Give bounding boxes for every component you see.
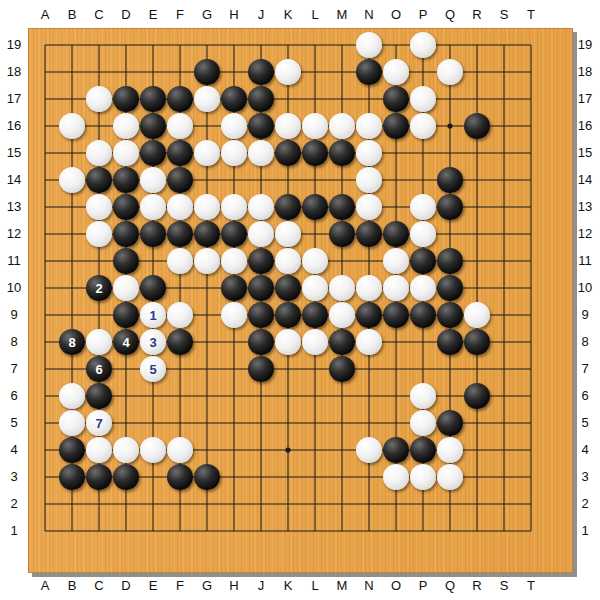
intersection-D11[interactable] [113, 248, 140, 275]
intersection-O16[interactable] [383, 113, 410, 140]
intersection-J17[interactable] [248, 86, 275, 113]
intersection-H18[interactable] [221, 59, 248, 86]
intersection-A4[interactable] [32, 437, 59, 464]
intersection-P11[interactable] [410, 248, 437, 275]
intersection-A12[interactable] [32, 221, 59, 248]
intersection-N1[interactable] [356, 518, 383, 545]
intersection-L15[interactable] [302, 140, 329, 167]
intersection-K14[interactable] [275, 167, 302, 194]
intersection-L19[interactable] [302, 32, 329, 59]
intersection-R2[interactable] [464, 491, 491, 518]
intersection-A13[interactable] [32, 194, 59, 221]
intersection-S2[interactable] [491, 491, 518, 518]
intersection-B14[interactable] [59, 167, 86, 194]
intersection-F19[interactable] [167, 32, 194, 59]
intersection-P9[interactable] [410, 302, 437, 329]
intersection-L7[interactable] [302, 356, 329, 383]
intersection-C7[interactable]: 6 [86, 356, 113, 383]
intersection-M3[interactable] [329, 464, 356, 491]
intersection-F1[interactable] [167, 518, 194, 545]
intersection-T12[interactable] [518, 221, 545, 248]
intersection-G2[interactable] [194, 491, 221, 518]
intersection-Q14[interactable] [437, 167, 464, 194]
intersection-B18[interactable] [59, 59, 86, 86]
intersection-Q8[interactable] [437, 329, 464, 356]
intersection-M10[interactable] [329, 275, 356, 302]
intersection-B17[interactable] [59, 86, 86, 113]
intersection-B16[interactable] [59, 113, 86, 140]
intersection-A7[interactable] [32, 356, 59, 383]
intersection-E14[interactable] [140, 167, 167, 194]
intersection-E5[interactable] [140, 410, 167, 437]
intersection-L5[interactable] [302, 410, 329, 437]
intersection-E10[interactable] [140, 275, 167, 302]
intersection-G17[interactable] [194, 86, 221, 113]
intersection-J12[interactable] [248, 221, 275, 248]
intersection-R5[interactable] [464, 410, 491, 437]
intersection-F11[interactable] [167, 248, 194, 275]
intersection-J2[interactable] [248, 491, 275, 518]
intersection-N16[interactable] [356, 113, 383, 140]
intersection-G19[interactable] [194, 32, 221, 59]
intersection-M1[interactable] [329, 518, 356, 545]
intersection-O4[interactable] [383, 437, 410, 464]
intersection-S4[interactable] [491, 437, 518, 464]
intersection-C18[interactable] [86, 59, 113, 86]
intersection-L18[interactable] [302, 59, 329, 86]
intersection-C3[interactable] [86, 464, 113, 491]
intersection-A14[interactable] [32, 167, 59, 194]
intersection-J9[interactable] [248, 302, 275, 329]
intersection-F15[interactable] [167, 140, 194, 167]
intersection-J18[interactable] [248, 59, 275, 86]
intersection-N6[interactable] [356, 383, 383, 410]
intersection-O3[interactable] [383, 464, 410, 491]
intersection-F9[interactable] [167, 302, 194, 329]
intersection-H16[interactable] [221, 113, 248, 140]
intersection-J15[interactable] [248, 140, 275, 167]
intersection-D10[interactable] [113, 275, 140, 302]
intersection-H2[interactable] [221, 491, 248, 518]
intersection-F10[interactable] [167, 275, 194, 302]
intersection-O19[interactable] [383, 32, 410, 59]
intersection-P18[interactable] [410, 59, 437, 86]
intersection-S6[interactable] [491, 383, 518, 410]
intersection-R3[interactable] [464, 464, 491, 491]
intersection-O2[interactable] [383, 491, 410, 518]
intersection-D15[interactable] [113, 140, 140, 167]
intersection-C15[interactable] [86, 140, 113, 167]
intersection-N5[interactable] [356, 410, 383, 437]
intersection-L13[interactable] [302, 194, 329, 221]
intersection-R1[interactable] [464, 518, 491, 545]
intersection-P3[interactable] [410, 464, 437, 491]
intersection-K10[interactable] [275, 275, 302, 302]
intersection-N13[interactable] [356, 194, 383, 221]
intersection-O18[interactable] [383, 59, 410, 86]
intersection-D3[interactable] [113, 464, 140, 491]
intersection-G16[interactable] [194, 113, 221, 140]
intersection-K5[interactable] [275, 410, 302, 437]
intersection-D19[interactable] [113, 32, 140, 59]
intersection-O9[interactable] [383, 302, 410, 329]
intersection-L11[interactable] [302, 248, 329, 275]
intersection-J6[interactable] [248, 383, 275, 410]
intersection-H5[interactable] [221, 410, 248, 437]
intersection-N15[interactable] [356, 140, 383, 167]
intersection-K8[interactable] [275, 329, 302, 356]
intersection-F13[interactable] [167, 194, 194, 221]
intersection-M16[interactable] [329, 113, 356, 140]
intersection-Q4[interactable] [437, 437, 464, 464]
intersection-Q3[interactable] [437, 464, 464, 491]
intersection-B13[interactable] [59, 194, 86, 221]
intersection-N3[interactable] [356, 464, 383, 491]
intersection-J4[interactable] [248, 437, 275, 464]
intersection-J8[interactable] [248, 329, 275, 356]
intersection-L2[interactable] [302, 491, 329, 518]
intersection-H3[interactable] [221, 464, 248, 491]
intersection-F6[interactable] [167, 383, 194, 410]
intersection-T13[interactable] [518, 194, 545, 221]
intersection-M2[interactable] [329, 491, 356, 518]
intersection-L14[interactable] [302, 167, 329, 194]
intersection-K15[interactable] [275, 140, 302, 167]
intersection-C9[interactable] [86, 302, 113, 329]
intersection-B3[interactable] [59, 464, 86, 491]
intersection-A5[interactable] [32, 410, 59, 437]
intersection-C16[interactable] [86, 113, 113, 140]
intersection-A2[interactable] [32, 491, 59, 518]
intersection-E9[interactable]: 1 [140, 302, 167, 329]
intersection-P1[interactable] [410, 518, 437, 545]
intersection-G12[interactable] [194, 221, 221, 248]
intersection-R8[interactable] [464, 329, 491, 356]
intersection-S19[interactable] [491, 32, 518, 59]
intersection-Q10[interactable] [437, 275, 464, 302]
intersection-D9[interactable] [113, 302, 140, 329]
intersection-A11[interactable] [32, 248, 59, 275]
intersection-E13[interactable] [140, 194, 167, 221]
intersection-C6[interactable] [86, 383, 113, 410]
intersection-M13[interactable] [329, 194, 356, 221]
intersection-Q2[interactable] [437, 491, 464, 518]
intersection-D7[interactable] [113, 356, 140, 383]
intersection-P17[interactable] [410, 86, 437, 113]
intersection-N10[interactable] [356, 275, 383, 302]
intersection-F17[interactable] [167, 86, 194, 113]
intersection-M7[interactable] [329, 356, 356, 383]
intersection-P19[interactable] [410, 32, 437, 59]
intersection-B12[interactable] [59, 221, 86, 248]
intersection-D2[interactable] [113, 491, 140, 518]
intersection-Q9[interactable] [437, 302, 464, 329]
intersection-O17[interactable] [383, 86, 410, 113]
intersection-O1[interactable] [383, 518, 410, 545]
intersection-T4[interactable] [518, 437, 545, 464]
intersection-F2[interactable] [167, 491, 194, 518]
intersection-F8[interactable] [167, 329, 194, 356]
intersection-Q5[interactable] [437, 410, 464, 437]
intersection-K12[interactable] [275, 221, 302, 248]
intersection-B9[interactable] [59, 302, 86, 329]
intersection-F3[interactable] [167, 464, 194, 491]
intersection-T7[interactable] [518, 356, 545, 383]
intersection-N11[interactable] [356, 248, 383, 275]
intersection-O12[interactable] [383, 221, 410, 248]
intersection-N19[interactable] [356, 32, 383, 59]
intersection-L16[interactable] [302, 113, 329, 140]
intersection-H1[interactable] [221, 518, 248, 545]
intersection-R9[interactable] [464, 302, 491, 329]
intersection-B6[interactable] [59, 383, 86, 410]
intersection-B10[interactable] [59, 275, 86, 302]
intersection-G8[interactable] [194, 329, 221, 356]
intersection-D14[interactable] [113, 167, 140, 194]
intersection-L10[interactable] [302, 275, 329, 302]
intersection-F7[interactable] [167, 356, 194, 383]
intersection-G9[interactable] [194, 302, 221, 329]
intersection-O15[interactable] [383, 140, 410, 167]
intersection-H12[interactable] [221, 221, 248, 248]
intersection-O7[interactable] [383, 356, 410, 383]
intersection-P7[interactable] [410, 356, 437, 383]
intersection-D8[interactable]: 4 [113, 329, 140, 356]
intersection-P12[interactable] [410, 221, 437, 248]
intersection-D16[interactable] [113, 113, 140, 140]
intersection-R17[interactable] [464, 86, 491, 113]
intersection-P8[interactable] [410, 329, 437, 356]
intersection-N9[interactable] [356, 302, 383, 329]
intersection-H19[interactable] [221, 32, 248, 59]
intersection-N12[interactable] [356, 221, 383, 248]
intersection-K18[interactable] [275, 59, 302, 86]
intersection-K16[interactable] [275, 113, 302, 140]
intersection-Q16[interactable] [437, 113, 464, 140]
intersection-L6[interactable] [302, 383, 329, 410]
intersection-O5[interactable] [383, 410, 410, 437]
intersection-E15[interactable] [140, 140, 167, 167]
intersection-H14[interactable] [221, 167, 248, 194]
intersection-D1[interactable] [113, 518, 140, 545]
intersection-D6[interactable] [113, 383, 140, 410]
intersection-R19[interactable] [464, 32, 491, 59]
intersection-K6[interactable] [275, 383, 302, 410]
intersection-M17[interactable] [329, 86, 356, 113]
intersection-A1[interactable] [32, 518, 59, 545]
intersection-A16[interactable] [32, 113, 59, 140]
intersection-N18[interactable] [356, 59, 383, 86]
intersection-G13[interactable] [194, 194, 221, 221]
intersection-K19[interactable] [275, 32, 302, 59]
intersection-N4[interactable] [356, 437, 383, 464]
intersection-C4[interactable] [86, 437, 113, 464]
intersection-E3[interactable] [140, 464, 167, 491]
intersection-E1[interactable] [140, 518, 167, 545]
intersection-M19[interactable] [329, 32, 356, 59]
intersection-K13[interactable] [275, 194, 302, 221]
intersection-J19[interactable] [248, 32, 275, 59]
intersection-D17[interactable] [113, 86, 140, 113]
intersection-J3[interactable] [248, 464, 275, 491]
intersection-R18[interactable] [464, 59, 491, 86]
intersection-B1[interactable] [59, 518, 86, 545]
intersection-K1[interactable] [275, 518, 302, 545]
intersection-E12[interactable] [140, 221, 167, 248]
intersection-Q1[interactable] [437, 518, 464, 545]
intersection-C10[interactable]: 2 [86, 275, 113, 302]
intersection-L9[interactable] [302, 302, 329, 329]
intersection-P15[interactable] [410, 140, 437, 167]
intersection-A15[interactable] [32, 140, 59, 167]
intersection-B15[interactable] [59, 140, 86, 167]
intersection-L17[interactable] [302, 86, 329, 113]
intersection-T8[interactable] [518, 329, 545, 356]
intersection-L8[interactable] [302, 329, 329, 356]
intersection-K11[interactable] [275, 248, 302, 275]
intersection-T18[interactable] [518, 59, 545, 86]
intersection-G14[interactable] [194, 167, 221, 194]
intersection-P2[interactable] [410, 491, 437, 518]
intersection-E17[interactable] [140, 86, 167, 113]
intersection-G1[interactable] [194, 518, 221, 545]
intersection-C19[interactable] [86, 32, 113, 59]
intersection-D18[interactable] [113, 59, 140, 86]
intersection-T16[interactable] [518, 113, 545, 140]
intersection-T10[interactable] [518, 275, 545, 302]
intersection-A10[interactable] [32, 275, 59, 302]
intersection-R11[interactable] [464, 248, 491, 275]
intersection-F5[interactable] [167, 410, 194, 437]
intersection-G6[interactable] [194, 383, 221, 410]
intersection-E7[interactable]: 5 [140, 356, 167, 383]
intersection-M4[interactable] [329, 437, 356, 464]
intersection-G11[interactable] [194, 248, 221, 275]
intersection-P4[interactable] [410, 437, 437, 464]
intersection-D13[interactable] [113, 194, 140, 221]
intersection-P5[interactable] [410, 410, 437, 437]
intersection-O8[interactable] [383, 329, 410, 356]
intersection-Q7[interactable] [437, 356, 464, 383]
intersection-H7[interactable] [221, 356, 248, 383]
intersection-T11[interactable] [518, 248, 545, 275]
intersection-T1[interactable] [518, 518, 545, 545]
intersection-A6[interactable] [32, 383, 59, 410]
intersection-G3[interactable] [194, 464, 221, 491]
intersection-S11[interactable] [491, 248, 518, 275]
intersection-T9[interactable] [518, 302, 545, 329]
intersection-T17[interactable] [518, 86, 545, 113]
intersection-S5[interactable] [491, 410, 518, 437]
intersection-O13[interactable] [383, 194, 410, 221]
intersection-C11[interactable] [86, 248, 113, 275]
intersection-O6[interactable] [383, 383, 410, 410]
intersection-E19[interactable] [140, 32, 167, 59]
intersection-S7[interactable] [491, 356, 518, 383]
intersection-S8[interactable] [491, 329, 518, 356]
intersection-K17[interactable] [275, 86, 302, 113]
intersection-E6[interactable] [140, 383, 167, 410]
intersection-Q11[interactable] [437, 248, 464, 275]
intersection-G10[interactable] [194, 275, 221, 302]
intersection-M15[interactable] [329, 140, 356, 167]
intersection-F14[interactable] [167, 167, 194, 194]
intersection-H15[interactable] [221, 140, 248, 167]
intersection-H17[interactable] [221, 86, 248, 113]
intersection-R10[interactable] [464, 275, 491, 302]
intersection-J14[interactable] [248, 167, 275, 194]
intersection-C14[interactable] [86, 167, 113, 194]
intersection-N7[interactable] [356, 356, 383, 383]
intersection-K2[interactable] [275, 491, 302, 518]
intersection-S13[interactable] [491, 194, 518, 221]
intersection-E8[interactable]: 3 [140, 329, 167, 356]
intersection-S3[interactable] [491, 464, 518, 491]
intersection-P14[interactable] [410, 167, 437, 194]
intersection-T14[interactable] [518, 167, 545, 194]
intersection-M11[interactable] [329, 248, 356, 275]
intersection-Q19[interactable] [437, 32, 464, 59]
intersection-O14[interactable] [383, 167, 410, 194]
intersection-G5[interactable] [194, 410, 221, 437]
intersection-T3[interactable] [518, 464, 545, 491]
intersection-F16[interactable] [167, 113, 194, 140]
intersection-M12[interactable] [329, 221, 356, 248]
intersection-M14[interactable] [329, 167, 356, 194]
intersection-K3[interactable] [275, 464, 302, 491]
intersection-J11[interactable] [248, 248, 275, 275]
intersection-M8[interactable] [329, 329, 356, 356]
intersection-C12[interactable] [86, 221, 113, 248]
intersection-Q18[interactable] [437, 59, 464, 86]
intersection-G15[interactable] [194, 140, 221, 167]
intersection-S18[interactable] [491, 59, 518, 86]
intersection-A17[interactable] [32, 86, 59, 113]
intersection-C8[interactable] [86, 329, 113, 356]
intersection-P13[interactable] [410, 194, 437, 221]
intersection-Q17[interactable] [437, 86, 464, 113]
intersection-G4[interactable] [194, 437, 221, 464]
intersection-E11[interactable] [140, 248, 167, 275]
intersection-J7[interactable] [248, 356, 275, 383]
intersection-J16[interactable] [248, 113, 275, 140]
intersection-S16[interactable] [491, 113, 518, 140]
intersection-B7[interactable] [59, 356, 86, 383]
intersection-M9[interactable] [329, 302, 356, 329]
intersection-E2[interactable] [140, 491, 167, 518]
intersection-K4[interactable] [275, 437, 302, 464]
intersection-A8[interactable] [32, 329, 59, 356]
intersection-F18[interactable] [167, 59, 194, 86]
intersection-S15[interactable] [491, 140, 518, 167]
intersection-R6[interactable] [464, 383, 491, 410]
intersection-T6[interactable] [518, 383, 545, 410]
intersection-D12[interactable] [113, 221, 140, 248]
intersection-T19[interactable] [518, 32, 545, 59]
intersection-N14[interactable] [356, 167, 383, 194]
intersection-B8[interactable]: 8 [59, 329, 86, 356]
intersection-L1[interactable] [302, 518, 329, 545]
intersection-O10[interactable] [383, 275, 410, 302]
intersection-K9[interactable] [275, 302, 302, 329]
intersection-J5[interactable] [248, 410, 275, 437]
intersection-B19[interactable] [59, 32, 86, 59]
intersection-D5[interactable] [113, 410, 140, 437]
intersection-B4[interactable] [59, 437, 86, 464]
intersection-G18[interactable] [194, 59, 221, 86]
intersection-H10[interactable] [221, 275, 248, 302]
intersection-M6[interactable] [329, 383, 356, 410]
